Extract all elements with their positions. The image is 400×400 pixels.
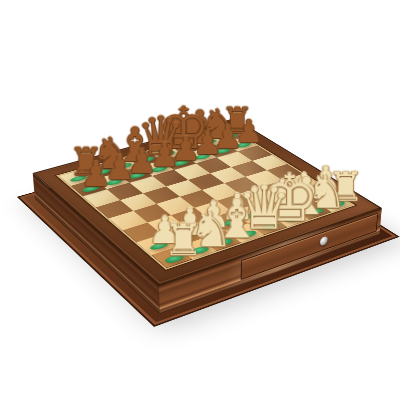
chess-set-photo: ♜♞♝♛♚♝♞♜♟♟♟♟♟♟♟♟♟♟♟♟♟♟♟♟♜♞♝♛♚♝♞♜ xyxy=(0,0,400,400)
drawer-knob[interactable] xyxy=(319,236,327,247)
piece-black-pawn-a7[interactable]: ♟ xyxy=(80,159,107,190)
chess-case: ♜♞♝♛♚♝♞♜♟♟♟♟♟♟♟♟♟♟♟♟♟♟♟♟♜♞♝♛♚♝♞♜ xyxy=(33,118,382,285)
piece-white-rook-a1[interactable]: ♜ xyxy=(163,220,193,260)
